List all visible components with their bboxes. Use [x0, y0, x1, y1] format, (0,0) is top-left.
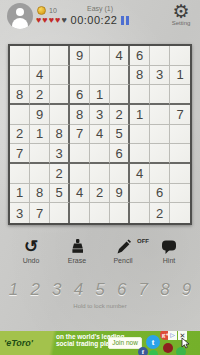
pencil-button[interactable]: OFF Pencil: [105, 238, 141, 264]
cell-r1c3[interactable]: [50, 46, 70, 66]
cell-r3c5[interactable]: 1: [90, 85, 110, 105]
numpad-key-6[interactable]: 6: [114, 280, 129, 300]
cell-r7c4[interactable]: [70, 164, 90, 184]
cell-r4c5[interactable]: 3: [90, 105, 110, 125]
ad-brand-logo: 'eToro': [4, 338, 33, 348]
cell-r5c7[interactable]: [130, 125, 150, 145]
ad-copy: on the world's leading social trading pl…: [56, 333, 112, 355]
cell-r9c2[interactable]: 7: [30, 203, 50, 223]
cell-r3c7[interactable]: [130, 85, 150, 105]
numpad-key-8[interactable]: 8: [157, 280, 172, 300]
cell-r1c5[interactable]: [90, 46, 110, 66]
cell-r4c3[interactable]: [50, 105, 70, 125]
sudoku-board: 94648318261983217218745736241854296372: [8, 44, 192, 225]
cell-r6c4[interactable]: [70, 144, 90, 164]
cell-r2c7[interactable]: 8: [130, 66, 150, 86]
gear-icon: ⚙: [169, 2, 193, 22]
cell-r4c1[interactable]: [10, 105, 30, 125]
cell-r4c7[interactable]: 1: [130, 105, 150, 125]
timer: 00:00:22: [71, 14, 118, 26]
cell-r7c5[interactable]: [90, 164, 110, 184]
cell-r3c6[interactable]: [110, 85, 130, 105]
cell-r1c2[interactable]: [30, 46, 50, 66]
cell-r3c9[interactable]: [170, 85, 190, 105]
cell-r9c4[interactable]: [70, 203, 90, 223]
settings-button[interactable]: ⚙ Setting: [169, 2, 193, 26]
cell-r7c7[interactable]: 4: [130, 164, 150, 184]
cell-r1c1[interactable]: [10, 46, 30, 66]
cursor-arrow: [181, 335, 190, 353]
cell-r8c5[interactable]: 2: [90, 184, 110, 204]
cell-r7c8[interactable]: [150, 164, 170, 184]
cell-r5c3[interactable]: 8: [50, 125, 70, 145]
cell-r8c2[interactable]: 8: [30, 184, 50, 204]
cell-r2c2[interactable]: 4: [30, 66, 50, 86]
cell-r8c4[interactable]: 4: [70, 184, 90, 204]
cell-r9c6[interactable]: [110, 203, 130, 223]
erase-brush-icon: [70, 238, 85, 255]
twitter-icon[interactable]: t: [146, 335, 160, 349]
numpad-key-2[interactable]: 2: [28, 280, 43, 300]
cell-r2c3[interactable]: [50, 66, 70, 86]
cell-r9c9[interactable]: [170, 203, 190, 223]
cell-r5c4[interactable]: 7: [70, 125, 90, 145]
cell-r8c1[interactable]: 1: [10, 184, 30, 204]
cell-r4c9[interactable]: 7: [170, 105, 190, 125]
numpad-key-4[interactable]: 4: [71, 280, 86, 300]
cell-r2c8[interactable]: 3: [150, 66, 170, 86]
undo-icon: ↺: [24, 238, 38, 255]
cell-r2c4[interactable]: [70, 66, 90, 86]
pause-button[interactable]: [121, 16, 129, 25]
settings-label: Setting: [169, 20, 193, 26]
cell-r4c6[interactable]: 2: [110, 105, 130, 125]
hint-bubble-icon: [161, 238, 177, 255]
youtube-icon[interactable]: [163, 343, 173, 353]
cell-r2c9[interactable]: 1: [170, 66, 190, 86]
cell-r9c1[interactable]: 3: [10, 203, 30, 223]
cell-r3c3[interactable]: [50, 85, 70, 105]
toolbar: ↺ Undo Erase OFF Pencil: [0, 232, 200, 270]
cell-r3c1[interactable]: 8: [10, 85, 30, 105]
cell-r7c6[interactable]: [110, 164, 130, 184]
cell-r2c6[interactable]: [110, 66, 130, 86]
cell-r9c5[interactable]: [90, 203, 110, 223]
cell-r6c1[interactable]: 7: [10, 144, 30, 164]
cell-r1c6[interactable]: 4: [110, 46, 130, 66]
cell-r7c2[interactable]: [30, 164, 50, 184]
cell-r4c4[interactable]: 8: [70, 105, 90, 125]
cell-r6c7[interactable]: [130, 144, 150, 164]
cell-r1c7[interactable]: 6: [130, 46, 150, 66]
cell-r5c8[interactable]: [150, 125, 170, 145]
number-pad: 123456789: [2, 280, 198, 300]
pencil-icon: [116, 238, 131, 255]
cell-r8c6[interactable]: 9: [110, 184, 130, 204]
cell-r9c7[interactable]: [130, 203, 150, 223]
cell-r6c3[interactable]: 3: [50, 144, 70, 164]
number-pad-hint: Hold to lock number: [0, 303, 200, 309]
cell-r5c9[interactable]: [170, 125, 190, 145]
cell-r4c2[interactable]: 9: [30, 105, 50, 125]
cell-r3c8[interactable]: [150, 85, 170, 105]
cell-r8c3[interactable]: 5: [50, 184, 70, 204]
cell-r8c7[interactable]: [130, 184, 150, 204]
cell-r3c4[interactable]: 6: [70, 85, 90, 105]
cell-r8c8[interactable]: 6: [150, 184, 170, 204]
adchoices-icon[interactable]: ▷: [168, 331, 177, 340]
cell-r6c2[interactable]: [30, 144, 50, 164]
cell-r6c8[interactable]: [150, 144, 170, 164]
cell-r6c9[interactable]: [170, 144, 190, 164]
numpad-key-9[interactable]: 9: [179, 280, 194, 300]
cell-r5c6[interactable]: 5: [110, 125, 130, 145]
cell-r5c1[interactable]: 2: [10, 125, 30, 145]
cell-r7c9[interactable]: [170, 164, 190, 184]
cell-r7c3[interactable]: 2: [50, 164, 70, 184]
cell-r5c5[interactable]: 4: [90, 125, 110, 145]
facebook-icon[interactable]: f: [138, 347, 148, 355]
ad-banner[interactable]: 'eToro' on the world's leading social tr…: [0, 331, 200, 355]
numpad-key-3[interactable]: 3: [49, 280, 64, 300]
cell-r9c3[interactable]: [50, 203, 70, 223]
cell-r2c1[interactable]: [10, 66, 30, 86]
cell-r1c4[interactable]: 9: [70, 46, 90, 66]
cell-r8c9[interactable]: [170, 184, 190, 204]
erase-button[interactable]: Erase: [59, 238, 95, 264]
numpad-key-5[interactable]: 5: [93, 280, 108, 300]
cell-r1c8[interactable]: [150, 46, 170, 66]
cell-r4c8[interactable]: [150, 105, 170, 125]
whatsapp-icon[interactable]: [149, 350, 158, 355]
cell-r3c2[interactable]: 2: [30, 85, 50, 105]
app-screen: 10 ♥♥♥♥♥ Easy (1) 00:00:22 ⚙ Setting 946…: [0, 0, 200, 355]
numpad-key-7[interactable]: 7: [136, 280, 151, 300]
cell-r9c8[interactable]: 2: [150, 203, 170, 223]
pencil-state-badge: OFF: [137, 238, 149, 244]
cell-r6c6[interactable]: 6: [110, 144, 130, 164]
numpad-key-1[interactable]: 1: [6, 280, 21, 300]
cell-r1c9[interactable]: [170, 46, 190, 66]
undo-button[interactable]: ↺ Undo: [13, 238, 49, 264]
cell-r7c1[interactable]: [10, 164, 30, 184]
ad-cta-join-button[interactable]: Join now: [108, 337, 142, 349]
cell-r5c2[interactable]: 1: [30, 125, 50, 145]
cell-r6c5[interactable]: [90, 144, 110, 164]
top-bar: 10 ♥♥♥♥♥ Easy (1) 00:00:22 ⚙ Setting: [0, 0, 200, 38]
cell-r2c5[interactable]: [90, 66, 110, 86]
hint-button[interactable]: Hint: [151, 238, 187, 264]
